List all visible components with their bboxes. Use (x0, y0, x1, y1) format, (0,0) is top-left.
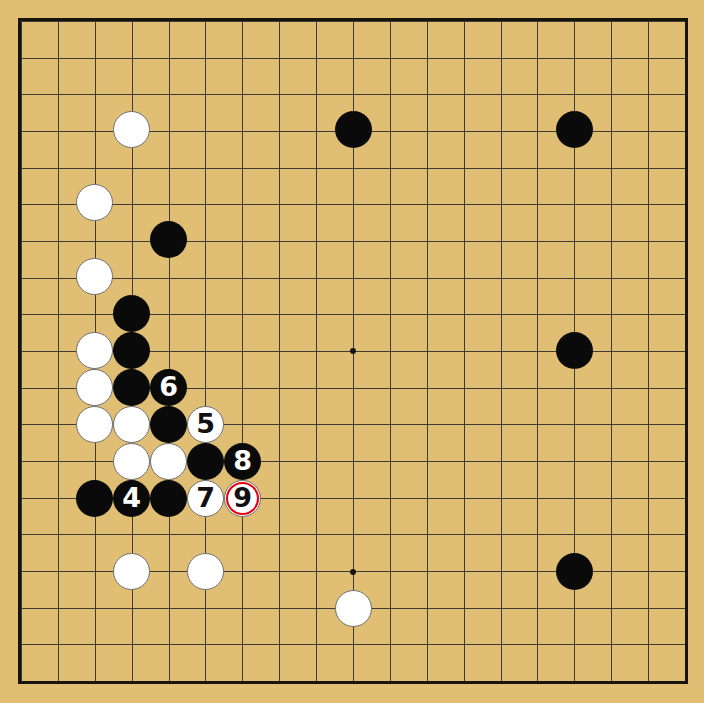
black-stone-C6 (76, 480, 113, 517)
black-stone-E6 (150, 480, 187, 517)
black-stone-Q10 (556, 332, 593, 369)
white-stone-C10 (76, 332, 113, 369)
go-diagram: 658479 (0, 0, 704, 703)
move-number: 7 (196, 484, 215, 511)
black-stone-E13 (150, 221, 187, 258)
white-stone-C12 (76, 258, 113, 295)
white-stone-move-9-G6: 9 (224, 480, 261, 517)
black-stone-D10 (113, 332, 150, 369)
black-stone-Q4 (556, 553, 593, 590)
move-number: 4 (122, 484, 141, 511)
move-number: 5 (196, 410, 215, 437)
white-stone-K3 (335, 590, 372, 627)
black-stone-D9 (113, 369, 150, 406)
star-point (335, 553, 372, 590)
white-stone-C9 (76, 369, 113, 406)
white-stone-move-7-F6: 7 (187, 480, 224, 517)
white-stone-C14 (76, 184, 113, 221)
black-stone-move-4-D6: 4 (113, 480, 150, 517)
black-stone-Q16 (556, 111, 593, 148)
black-stone-move-8-G7: 8 (224, 443, 261, 480)
white-stone-D7 (113, 443, 150, 480)
white-stone-D8 (113, 406, 150, 443)
white-stone-C8 (76, 406, 113, 443)
black-stone-K16 (335, 111, 372, 148)
white-stone-move-5-F8: 5 (187, 406, 224, 443)
black-stone-E8 (150, 406, 187, 443)
black-stone-move-6-E9: 6 (150, 369, 187, 406)
move-number: 8 (233, 447, 252, 474)
white-stone-D16 (113, 111, 150, 148)
white-stone-D4 (113, 553, 150, 590)
white-stone-E7 (150, 443, 187, 480)
board-grid: 658479 (3, 3, 704, 700)
black-stone-F7 (187, 443, 224, 480)
white-stone-F4 (187, 553, 224, 590)
star-point (335, 332, 372, 369)
black-stone-D11 (113, 295, 150, 332)
move-number: 9 (233, 484, 252, 511)
move-number: 6 (159, 373, 178, 400)
